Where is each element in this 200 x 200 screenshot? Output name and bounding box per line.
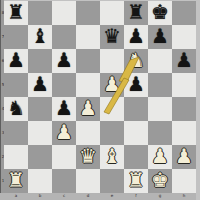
piece-white-rook[interactable]: ♜: [4, 169, 28, 193]
square-b2[interactable]: [28, 145, 52, 169]
file-label-c: c: [52, 194, 76, 198]
square-h2[interactable]: ♟: [172, 145, 196, 169]
square-g8[interactable]: ♚: [148, 1, 172, 25]
file-label-d: d: [76, 194, 100, 198]
square-g3[interactable]: [148, 121, 172, 145]
chess-board-window: 87654321 abcdefgh ♜♜♚♝♛♟♟♟♟♞♟♟♟♟♞♟♟♟♛♝♟♟…: [0, 0, 200, 200]
piece-black-bishop[interactable]: ♝: [28, 25, 52, 49]
square-d8[interactable]: [76, 1, 100, 25]
piece-white-knight[interactable]: ♞: [124, 49, 148, 73]
file-label-h: h: [172, 194, 196, 198]
square-f6[interactable]: ♞: [124, 49, 148, 73]
square-h3[interactable]: [172, 121, 196, 145]
piece-black-pawn[interactable]: ♟: [124, 25, 148, 49]
square-d7[interactable]: [76, 25, 100, 49]
square-d2[interactable]: ♛: [76, 145, 100, 169]
square-h4[interactable]: [172, 97, 196, 121]
piece-black-pawn[interactable]: ♟: [172, 49, 196, 73]
square-d1[interactable]: [76, 169, 100, 193]
file-label-b: b: [28, 194, 52, 198]
square-h1[interactable]: [172, 169, 196, 193]
square-b7[interactable]: ♝: [28, 25, 52, 49]
square-g1[interactable]: ♚: [148, 169, 172, 193]
square-h8[interactable]: [172, 1, 196, 25]
piece-black-pawn[interactable]: ♟: [148, 25, 172, 49]
square-a6[interactable]: ♟: [4, 49, 28, 73]
piece-black-pawn[interactable]: ♟: [28, 73, 52, 97]
file-coordinates-gutter: abcdefgh: [0, 193, 196, 200]
square-a1[interactable]: ♜: [4, 169, 28, 193]
square-g5[interactable]: [148, 73, 172, 97]
square-c1[interactable]: [52, 169, 76, 193]
square-f8[interactable]: ♜: [124, 1, 148, 25]
file-label-e: e: [100, 194, 124, 198]
square-e4[interactable]: [100, 97, 124, 121]
square-e6[interactable]: [100, 49, 124, 73]
square-c2[interactable]: [52, 145, 76, 169]
square-a3[interactable]: [4, 121, 28, 145]
square-e3[interactable]: [100, 121, 124, 145]
square-h7[interactable]: [172, 25, 196, 49]
chess-board[interactable]: ♜♜♚♝♛♟♟♟♟♞♟♟♟♟♞♟♟♟♛♝♟♟♜♜♚: [4, 1, 196, 193]
square-h5[interactable]: [172, 73, 196, 97]
square-a5[interactable]: [4, 73, 28, 97]
piece-black-knight[interactable]: ♞: [4, 97, 28, 121]
piece-white-pawn[interactable]: ♟: [148, 145, 172, 169]
square-f1[interactable]: ♜: [124, 169, 148, 193]
file-label-f: f: [124, 194, 148, 198]
square-g2[interactable]: ♟: [148, 145, 172, 169]
piece-white-king[interactable]: ♚: [148, 169, 172, 193]
piece-black-pawn[interactable]: ♟: [52, 49, 76, 73]
piece-black-queen[interactable]: ♛: [100, 25, 124, 49]
square-d5[interactable]: [76, 73, 100, 97]
square-c8[interactable]: [52, 1, 76, 25]
square-c3[interactable]: ♟: [52, 121, 76, 145]
piece-black-pawn[interactable]: ♟: [4, 49, 28, 73]
square-b6[interactable]: [28, 49, 52, 73]
square-a2[interactable]: [4, 145, 28, 169]
square-g4[interactable]: [148, 97, 172, 121]
piece-black-rook[interactable]: ♜: [124, 1, 148, 25]
square-b1[interactable]: [28, 169, 52, 193]
file-label-a: a: [4, 194, 28, 198]
square-e5[interactable]: ♟: [100, 73, 124, 97]
square-f2[interactable]: [124, 145, 148, 169]
square-e7[interactable]: ♛: [100, 25, 124, 49]
piece-white-bishop[interactable]: ♝: [100, 145, 124, 169]
square-d3[interactable]: [76, 121, 100, 145]
square-a7[interactable]: [4, 25, 28, 49]
square-b3[interactable]: [28, 121, 52, 145]
piece-white-pawn[interactable]: ♟: [100, 73, 124, 97]
square-g6[interactable]: [148, 49, 172, 73]
square-d6[interactable]: [76, 49, 100, 73]
square-b8[interactable]: [28, 1, 52, 25]
square-c5[interactable]: [52, 73, 76, 97]
piece-white-rook[interactable]: ♜: [124, 169, 148, 193]
piece-white-queen[interactable]: ♛: [76, 145, 100, 169]
square-h6[interactable]: ♟: [172, 49, 196, 73]
file-label-g: g: [148, 194, 172, 198]
square-c7[interactable]: [52, 25, 76, 49]
square-d4[interactable]: ♟: [76, 97, 100, 121]
piece-black-pawn[interactable]: ♟: [52, 97, 76, 121]
square-c4[interactable]: ♟: [52, 97, 76, 121]
square-a4[interactable]: ♞: [4, 97, 28, 121]
square-a8[interactable]: ♜: [4, 1, 28, 25]
square-b4[interactable]: [28, 97, 52, 121]
piece-black-rook[interactable]: ♜: [4, 1, 28, 25]
piece-white-pawn[interactable]: ♟: [52, 121, 76, 145]
piece-black-king[interactable]: ♚: [148, 1, 172, 25]
piece-black-pawn[interactable]: ♟: [124, 73, 148, 97]
square-e8[interactable]: [100, 1, 124, 25]
piece-white-pawn[interactable]: ♟: [76, 97, 100, 121]
square-f5[interactable]: ♟: [124, 73, 148, 97]
square-f4[interactable]: [124, 97, 148, 121]
piece-white-pawn[interactable]: ♟: [172, 145, 196, 169]
square-b5[interactable]: ♟: [28, 73, 52, 97]
square-f3[interactable]: [124, 121, 148, 145]
square-f7[interactable]: ♟: [124, 25, 148, 49]
square-c6[interactable]: ♟: [52, 49, 76, 73]
square-e1[interactable]: [100, 169, 124, 193]
square-e2[interactable]: ♝: [100, 145, 124, 169]
square-g7[interactable]: ♟: [148, 25, 172, 49]
